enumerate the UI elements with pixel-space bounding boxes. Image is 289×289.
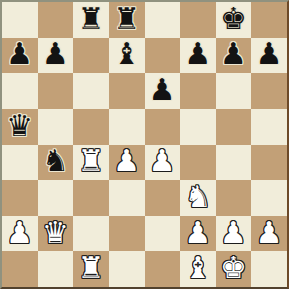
- square-h4[interactable]: [251, 145, 287, 181]
- square-d5[interactable]: [109, 109, 145, 145]
- square-g1[interactable]: ♚: [216, 251, 252, 287]
- square-b6[interactable]: [38, 73, 74, 109]
- piece-black-knight-b4[interactable]: ♞: [42, 146, 69, 176]
- piece-black-bishop-d7[interactable]: ♝: [113, 39, 140, 69]
- square-d2[interactable]: [109, 216, 145, 252]
- square-f7[interactable]: ♟: [180, 38, 216, 74]
- piece-white-queen-b2[interactable]: ♛: [42, 218, 69, 248]
- square-f3[interactable]: ♞: [180, 180, 216, 216]
- square-f5[interactable]: [180, 109, 216, 145]
- square-d7[interactable]: ♝: [109, 38, 145, 74]
- square-h1[interactable]: [251, 251, 287, 287]
- piece-white-bishop-f1[interactable]: ♝: [184, 253, 211, 283]
- piece-white-pawn-e4[interactable]: ♟: [149, 146, 176, 176]
- square-e6[interactable]: ♟: [145, 73, 181, 109]
- square-g3[interactable]: [216, 180, 252, 216]
- square-c2[interactable]: [73, 216, 109, 252]
- square-e2[interactable]: [145, 216, 181, 252]
- piece-white-pawn-a2[interactable]: ♟: [6, 218, 33, 248]
- square-g2[interactable]: ♟: [216, 216, 252, 252]
- piece-black-rook-d8[interactable]: ♜: [113, 4, 140, 34]
- square-h3[interactable]: [251, 180, 287, 216]
- square-c3[interactable]: [73, 180, 109, 216]
- square-g8[interactable]: ♚: [216, 2, 252, 38]
- square-e8[interactable]: [145, 2, 181, 38]
- square-a3[interactable]: [2, 180, 38, 216]
- square-f2[interactable]: ♟: [180, 216, 216, 252]
- square-c4[interactable]: ♜: [73, 145, 109, 181]
- square-b7[interactable]: ♟: [38, 38, 74, 74]
- piece-black-pawn-f7[interactable]: ♟: [184, 39, 211, 69]
- square-b4[interactable]: ♞: [38, 145, 74, 181]
- square-c1[interactable]: ♜: [73, 251, 109, 287]
- piece-white-rook-c1[interactable]: ♜: [78, 253, 105, 283]
- square-e5[interactable]: [145, 109, 181, 145]
- piece-white-pawn-g2[interactable]: ♟: [220, 218, 247, 248]
- piece-black-king-g8[interactable]: ♚: [220, 4, 247, 34]
- square-d4[interactable]: ♟: [109, 145, 145, 181]
- piece-black-pawn-e6[interactable]: ♟: [149, 75, 176, 105]
- square-g4[interactable]: [216, 145, 252, 181]
- square-d1[interactable]: [109, 251, 145, 287]
- square-h6[interactable]: [251, 73, 287, 109]
- square-f6[interactable]: [180, 73, 216, 109]
- piece-white-pawn-d4[interactable]: ♟: [113, 146, 140, 176]
- square-c6[interactable]: [73, 73, 109, 109]
- piece-white-knight-f3[interactable]: ♞: [184, 182, 211, 212]
- square-a7[interactable]: ♟: [2, 38, 38, 74]
- piece-black-pawn-a7[interactable]: ♟: [6, 39, 33, 69]
- square-e4[interactable]: ♟: [145, 145, 181, 181]
- square-f1[interactable]: ♝: [180, 251, 216, 287]
- square-a8[interactable]: [2, 2, 38, 38]
- piece-black-pawn-h7[interactable]: ♟: [256, 39, 283, 69]
- square-h2[interactable]: ♟: [251, 216, 287, 252]
- square-f8[interactable]: [180, 2, 216, 38]
- square-d6[interactable]: [109, 73, 145, 109]
- square-c8[interactable]: ♜: [73, 2, 109, 38]
- square-c5[interactable]: [73, 109, 109, 145]
- square-a1[interactable]: [2, 251, 38, 287]
- square-b2[interactable]: ♛: [38, 216, 74, 252]
- square-e1[interactable]: [145, 251, 181, 287]
- square-a5[interactable]: ♛: [2, 109, 38, 145]
- square-a4[interactable]: [2, 145, 38, 181]
- square-h8[interactable]: [251, 2, 287, 38]
- square-d3[interactable]: [109, 180, 145, 216]
- piece-black-pawn-g7[interactable]: ♟: [220, 39, 247, 69]
- piece-white-pawn-h2[interactable]: ♟: [256, 218, 283, 248]
- square-h7[interactable]: ♟: [251, 38, 287, 74]
- square-d8[interactable]: ♜: [109, 2, 145, 38]
- square-b8[interactable]: [38, 2, 74, 38]
- square-g5[interactable]: [216, 109, 252, 145]
- square-b5[interactable]: [38, 109, 74, 145]
- square-b3[interactable]: [38, 180, 74, 216]
- piece-white-rook-c4[interactable]: ♜: [78, 146, 105, 176]
- piece-white-king-g1[interactable]: ♚: [220, 253, 247, 283]
- square-a2[interactable]: ♟: [2, 216, 38, 252]
- square-f4[interactable]: [180, 145, 216, 181]
- square-g7[interactable]: ♟: [216, 38, 252, 74]
- square-h5[interactable]: [251, 109, 287, 145]
- square-e7[interactable]: [145, 38, 181, 74]
- piece-white-pawn-f2[interactable]: ♟: [184, 218, 211, 248]
- square-e3[interactable]: [145, 180, 181, 216]
- square-c7[interactable]: [73, 38, 109, 74]
- chess-board: ♜♜♚♟♟♝♟♟♟♟♛♞♜♟♟♞♟♛♟♟♟♜♝♚: [0, 0, 289, 289]
- piece-black-pawn-b7[interactable]: ♟: [42, 39, 69, 69]
- square-a6[interactable]: [2, 73, 38, 109]
- square-b1[interactable]: [38, 251, 74, 287]
- piece-black-queen-a5[interactable]: ♛: [6, 111, 33, 141]
- piece-black-rook-c8[interactable]: ♜: [78, 4, 105, 34]
- square-g6[interactable]: [216, 73, 252, 109]
